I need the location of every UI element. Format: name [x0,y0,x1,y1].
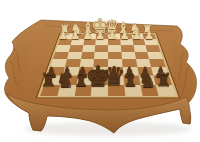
piece-white-pawn[interactable]: ♟ [58,30,68,41]
piece-black-rook[interactable]: ♜ [40,72,56,90]
chess-set-photo: ♜♞♝♚♛♝♞♜♟♟♟♟♟♟♟♟♟♟♟♟♟♟♟♟♜♞♝♚♛♝♞♜ [0,0,200,142]
square-c4[interactable] [121,52,135,59]
piece-white-pawn[interactable]: ♟ [70,30,80,41]
piece-white-pawn[interactable]: ♟ [119,30,129,41]
piece-black-knight[interactable]: ♞ [138,70,156,90]
piece-white-pawn[interactable]: ♟ [107,30,117,41]
piece-white-pawn[interactable]: ♟ [132,30,142,41]
piece-white-pawn[interactable]: ♟ [83,30,93,41]
piece-black-rook[interactable]: ♜ [156,72,172,90]
piece-white-pawn[interactable]: ♟ [95,30,105,41]
square-a4[interactable] [147,52,163,59]
piece-white-pawn[interactable]: ♟ [144,30,154,41]
square-g4[interactable] [67,52,82,59]
